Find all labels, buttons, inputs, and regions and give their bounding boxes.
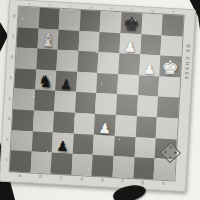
white-pawn: ♟: [123, 40, 136, 55]
square-a2: [11, 130, 33, 152]
square-b2: [31, 131, 53, 153]
square-a4: [13, 89, 35, 111]
square-a7: [17, 27, 39, 49]
square-g2: [134, 137, 156, 159]
square-f7: ♟: [119, 33, 141, 55]
square-d5: [76, 72, 98, 94]
coord-label: 4: [8, 97, 11, 101]
square-f2: [114, 136, 136, 158]
coord-label: a: [18, 174, 21, 179]
square-g7: [140, 34, 162, 56]
square-d2: [72, 133, 94, 155]
white-king: ♚: [161, 57, 179, 77]
square-a6: [15, 48, 37, 70]
square-c4: [54, 91, 76, 113]
coord-label: f: [122, 179, 124, 184]
coord-label: 8: [13, 14, 16, 18]
square-e1: [92, 155, 114, 177]
square-g8: [141, 13, 163, 35]
coord-label: 1: [5, 158, 8, 162]
square-h4: [157, 97, 179, 119]
coord-label: c: [60, 176, 63, 181]
square-h3: [156, 117, 178, 139]
square-f8: ♚: [120, 12, 142, 34]
square-g3: [135, 116, 157, 138]
coord-label: g: [151, 10, 153, 14]
coord-label: b: [49, 4, 51, 8]
square-c3: [53, 112, 75, 134]
coord-label: 5: [9, 76, 12, 80]
coord-label: e: [111, 7, 113, 11]
coord-label: h: [162, 182, 165, 187]
coord-label: 3: [7, 117, 10, 121]
square-g6: ♟: [139, 54, 161, 76]
board-grid: ♛♚♜♝ ♚♝♟♟♚♞♟♟♟: [10, 6, 184, 180]
square-d3: [74, 113, 96, 135]
square-e2: [93, 134, 115, 156]
coord-label: d: [90, 6, 92, 10]
coord-label: g: [141, 181, 144, 186]
square-e7: [99, 32, 121, 54]
square-h6: ♚: [159, 56, 181, 78]
square-b3: [33, 110, 55, 132]
black-knight: ♞: [37, 73, 53, 91]
square-f6: [118, 53, 140, 75]
square-h5: [158, 76, 180, 98]
coord-label: h: [172, 11, 174, 15]
square-b6: [36, 49, 58, 71]
square-f5: [117, 74, 139, 96]
square-c2: ♟: [52, 132, 74, 154]
square-d4: [75, 92, 97, 114]
square-b7: ♝: [37, 28, 59, 50]
black-pawn: ♟: [56, 139, 69, 154]
square-f4: [116, 94, 138, 116]
coord-label: e: [101, 178, 104, 183]
square-c1: [51, 153, 73, 175]
photo-background: abcdefgh 87654321 abcdefgh US CHESS ♛♚♜♝…: [0, 0, 200, 200]
white-pawn: ♟: [143, 61, 156, 76]
square-g5: [138, 75, 160, 97]
white-pawn: ♟: [98, 121, 111, 136]
coord-label: 7: [12, 35, 15, 39]
coord-label: c: [70, 5, 72, 9]
square-d6: [77, 51, 99, 73]
square-b1: [30, 152, 52, 174]
square-d1: [71, 154, 93, 176]
square-h8: [162, 15, 184, 37]
dust-speckles: [0, 0, 1, 1]
square-g4: [136, 96, 158, 118]
square-e6: [98, 52, 120, 74]
coord-label: 6: [11, 56, 14, 60]
square-a8: [18, 6, 40, 28]
coord-label: a: [28, 3, 30, 7]
square-a5: [14, 68, 36, 90]
square-c6: [57, 50, 79, 72]
square-c7: [58, 29, 80, 51]
square-e4: [95, 93, 117, 115]
square-e5: [96, 73, 118, 95]
square-a1: [10, 150, 32, 172]
white-bishop: ♝: [39, 31, 56, 50]
square-h7: [160, 35, 182, 57]
square-g1: [133, 157, 155, 179]
coord-label: b: [39, 175, 42, 180]
logo-piece-glyph: ♝: [167, 154, 174, 161]
square-f3: [115, 115, 137, 137]
brand-text: US CHESS: [184, 44, 191, 81]
square-h1: [154, 158, 176, 180]
square-d8: [79, 10, 101, 32]
square-c8: [59, 9, 81, 31]
square-b4: [34, 90, 56, 112]
square-f1: [112, 156, 134, 178]
square-c5: ♟: [55, 70, 77, 92]
square-d7: [78, 30, 100, 52]
black-king: ♚: [122, 14, 140, 34]
chessboard: abcdefgh 87654321 abcdefgh US CHESS ♛♚♜♝…: [0, 0, 196, 192]
square-e8: [100, 11, 122, 33]
square-b5: ♞: [35, 69, 57, 91]
square-b8: [38, 8, 60, 30]
black-pawn: ♟: [59, 77, 72, 92]
coord-label: 2: [6, 138, 9, 142]
board-frame: abcdefgh 87654321 abcdefgh US CHESS ♛♚♜♝…: [0, 0, 196, 192]
coord-label: d: [80, 177, 83, 182]
square-a3: [12, 109, 34, 131]
square-e3: ♟: [94, 114, 116, 136]
